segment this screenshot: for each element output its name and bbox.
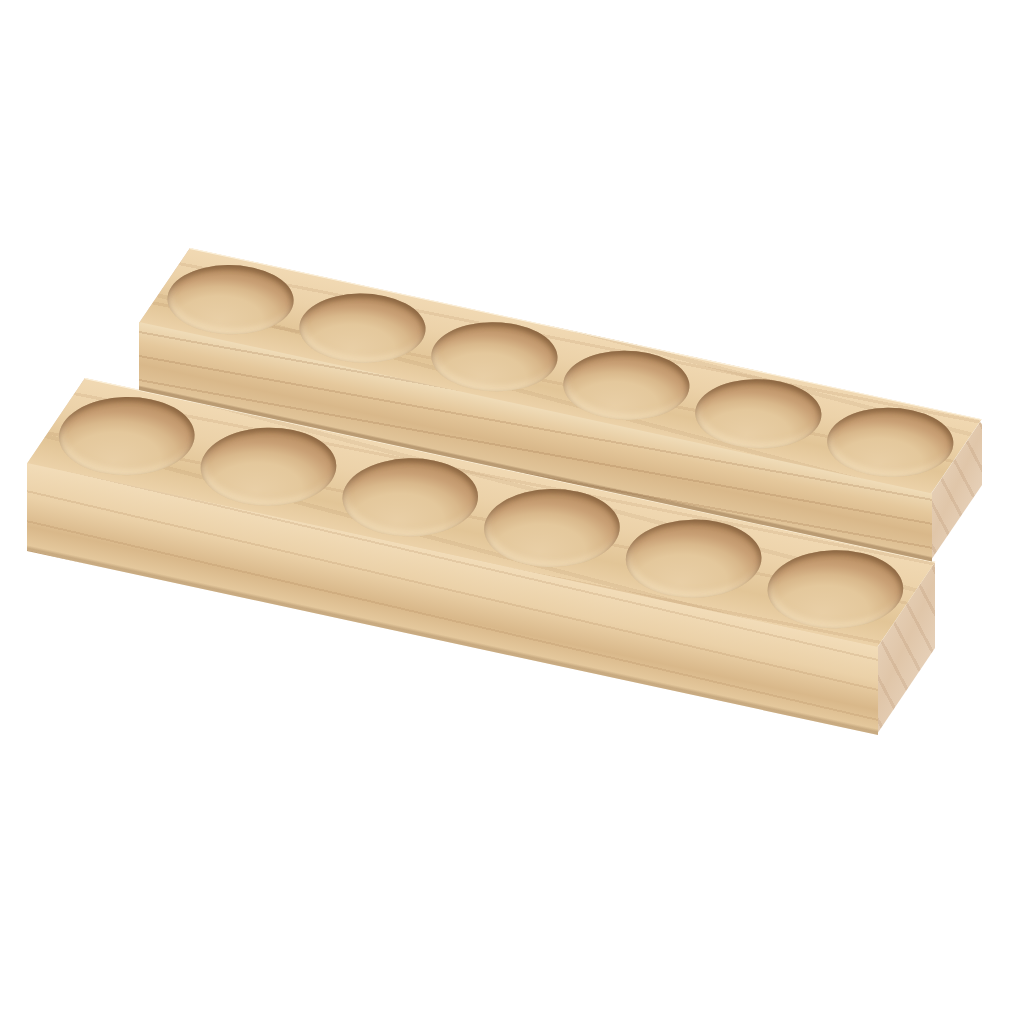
mancala-board xyxy=(0,0,1024,1024)
board-tier-back xyxy=(0,0,1024,1024)
